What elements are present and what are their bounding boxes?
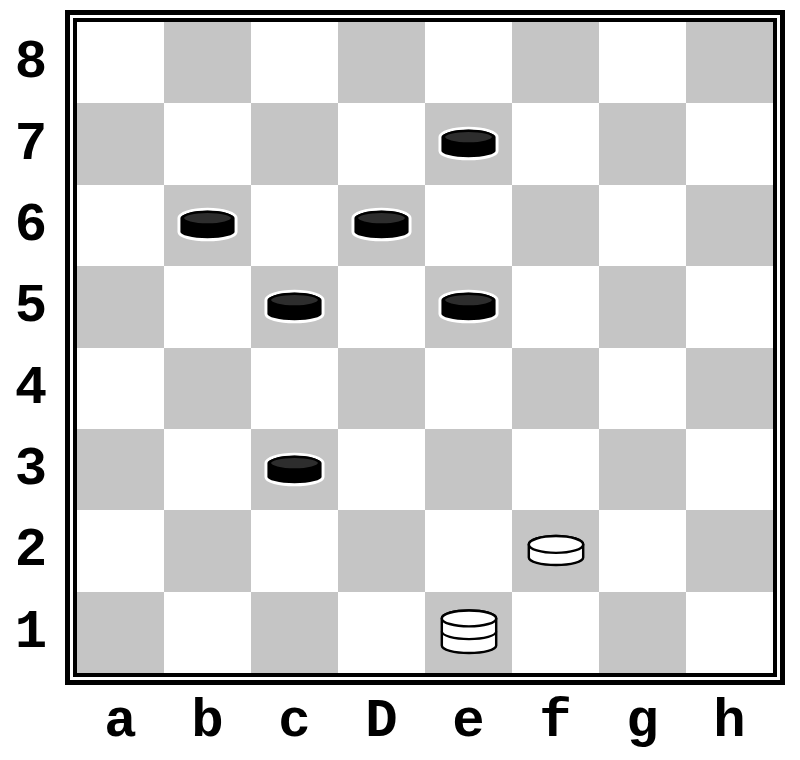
black-man-piece-e7[interactable]: [437, 124, 500, 164]
square-f7[interactable]: [512, 103, 599, 184]
rank-label-4: 4: [0, 348, 62, 429]
square-b1[interactable]: [164, 592, 251, 673]
square-h1[interactable]: [686, 592, 773, 673]
square-d7[interactable]: [338, 103, 425, 184]
square-f3[interactable]: [512, 429, 599, 510]
square-g6[interactable]: [599, 185, 686, 266]
square-f4[interactable]: [512, 348, 599, 429]
square-b7[interactable]: [164, 103, 251, 184]
board-inner-frame: [73, 18, 777, 677]
square-a7[interactable]: [77, 103, 164, 184]
white-king-piece-e1[interactable]: [439, 607, 499, 657]
square-b4[interactable]: [164, 348, 251, 429]
rank-label-5: 5: [0, 266, 62, 347]
square-d8[interactable]: [338, 22, 425, 103]
square-d6[interactable]: [338, 185, 425, 266]
square-g1[interactable]: [599, 592, 686, 673]
square-c8[interactable]: [251, 22, 338, 103]
square-e2[interactable]: [425, 510, 512, 591]
square-c3[interactable]: [251, 429, 338, 510]
white-man-piece-f2[interactable]: [526, 532, 586, 570]
square-h6[interactable]: [686, 185, 773, 266]
square-a8[interactable]: [77, 22, 164, 103]
square-b3[interactable]: [164, 429, 251, 510]
square-d4[interactable]: [338, 348, 425, 429]
square-g7[interactable]: [599, 103, 686, 184]
square-f1[interactable]: [512, 592, 599, 673]
square-a5[interactable]: [77, 266, 164, 347]
black-man-piece-b6[interactable]: [176, 205, 239, 245]
square-h3[interactable]: [686, 429, 773, 510]
square-g5[interactable]: [599, 266, 686, 347]
file-label-a: a: [77, 690, 164, 752]
square-c1[interactable]: [251, 592, 338, 673]
checkers-diagram-page: 87654321 abcDefgh: [0, 0, 800, 760]
board-grid: [77, 22, 773, 673]
file-label-c: c: [251, 690, 338, 752]
rank-label-8: 8: [0, 22, 62, 103]
rank-label-6: 6: [0, 185, 62, 266]
square-g2[interactable]: [599, 510, 686, 591]
square-c7[interactable]: [251, 103, 338, 184]
black-man-piece-e5[interactable]: [437, 287, 500, 327]
black-man-piece-c5[interactable]: [263, 287, 326, 327]
square-d2[interactable]: [338, 510, 425, 591]
square-c6[interactable]: [251, 185, 338, 266]
square-c4[interactable]: [251, 348, 338, 429]
square-h2[interactable]: [686, 510, 773, 591]
square-e6[interactable]: [425, 185, 512, 266]
square-h8[interactable]: [686, 22, 773, 103]
square-f8[interactable]: [512, 22, 599, 103]
file-labels: abcDefgh: [77, 690, 773, 752]
file-label-g: g: [599, 690, 686, 752]
square-b8[interactable]: [164, 22, 251, 103]
square-h7[interactable]: [686, 103, 773, 184]
square-f2[interactable]: [512, 510, 599, 591]
square-e1[interactable]: [425, 592, 512, 673]
rank-label-2: 2: [0, 510, 62, 591]
square-g4[interactable]: [599, 348, 686, 429]
square-d1[interactable]: [338, 592, 425, 673]
file-label-b: b: [164, 690, 251, 752]
square-b6[interactable]: [164, 185, 251, 266]
black-man-piece-d6[interactable]: [350, 205, 413, 245]
square-b2[interactable]: [164, 510, 251, 591]
square-e3[interactable]: [425, 429, 512, 510]
square-f6[interactable]: [512, 185, 599, 266]
rank-labels: 87654321: [0, 22, 62, 673]
square-g3[interactable]: [599, 429, 686, 510]
file-label-h: h: [686, 690, 773, 752]
square-h4[interactable]: [686, 348, 773, 429]
square-a4[interactable]: [77, 348, 164, 429]
square-e7[interactable]: [425, 103, 512, 184]
square-c2[interactable]: [251, 510, 338, 591]
file-label-f: f: [512, 690, 599, 752]
rank-label-3: 3: [0, 429, 62, 510]
square-d3[interactable]: [338, 429, 425, 510]
square-c5[interactable]: [251, 266, 338, 347]
square-e8[interactable]: [425, 22, 512, 103]
rank-label-1: 1: [0, 592, 62, 673]
square-e5[interactable]: [425, 266, 512, 347]
file-label-e: e: [425, 690, 512, 752]
board-frame: [65, 10, 785, 685]
file-label-d: D: [338, 690, 425, 752]
square-a6[interactable]: [77, 185, 164, 266]
square-a1[interactable]: [77, 592, 164, 673]
rank-label-7: 7: [0, 103, 62, 184]
square-f5[interactable]: [512, 266, 599, 347]
black-man-piece-c3[interactable]: [263, 450, 326, 490]
square-b5[interactable]: [164, 266, 251, 347]
square-d5[interactable]: [338, 266, 425, 347]
square-a3[interactable]: [77, 429, 164, 510]
square-e4[interactable]: [425, 348, 512, 429]
square-a2[interactable]: [77, 510, 164, 591]
square-g8[interactable]: [599, 22, 686, 103]
square-h5[interactable]: [686, 266, 773, 347]
